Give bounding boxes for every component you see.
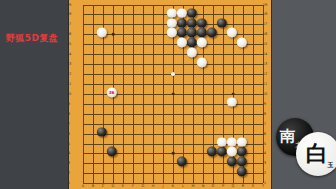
black-stone-O16[interactable] [207,28,217,38]
white-stone-C16[interactable] [97,28,107,38]
row-label-left: 10 [65,92,72,96]
row-label-left: 18 [65,13,72,17]
white-stone-Q9[interactable] [227,97,237,107]
white-stone-N13[interactable] [197,58,207,68]
white-stone-D10[interactable]: 36 [107,87,117,97]
black-stone-M16[interactable] [187,28,197,38]
white-stone-Q16[interactable] [227,28,237,38]
small-white-dot-marker [171,72,175,76]
row-label-left: 7 [65,122,72,126]
logo-char-white-small: 玉 [328,161,334,170]
stone-grid: 36 [78,0,268,188]
black-stone-O4[interactable] [207,147,217,157]
black-stone-D4[interactable] [107,147,117,157]
black-stone-M15[interactable] [187,38,197,48]
black-stone-Q3[interactable] [227,157,237,167]
row-label-left: 19 [65,3,72,7]
row-label-left: 15 [65,42,72,46]
black-stone-R4[interactable] [237,147,247,157]
black-stone-N17[interactable] [197,18,207,28]
white-stone-L18[interactable] [177,8,187,18]
row-label-left: 9 [65,102,72,106]
white-stone-K18[interactable] [167,8,177,18]
black-stone-N16[interactable] [197,28,207,38]
white-stone-R15[interactable] [237,38,247,48]
white-stone-K16[interactable] [167,28,177,38]
review-title: 野狐5D复盘 [6,32,58,45]
row-label-left: 13 [65,62,72,66]
row-label-left: 6 [65,132,72,136]
black-stone-P4[interactable] [217,147,227,157]
logo-char-south: 南 [280,127,295,146]
black-stone-C6[interactable] [97,127,107,137]
left-panel: 野狐5D复盘 [0,0,68,189]
row-label-left: 1 [65,181,72,185]
row-label-left: 11 [65,82,72,86]
white-stone-L15[interactable] [177,38,187,48]
row-label-left: 14 [65,52,72,56]
logo-char-white: 白 [306,139,328,169]
row-label-left: 8 [65,112,72,116]
white-stone-M14[interactable] [187,48,197,58]
black-stone-M17[interactable] [187,18,197,28]
black-stone-R3[interactable] [237,157,247,167]
row-label-left: 4 [65,152,72,156]
row-label-left: 5 [65,142,72,146]
black-stone-R2[interactable] [237,167,247,177]
black-stone-L16[interactable] [177,28,187,38]
row-label-left: 12 [65,72,72,76]
row-label-left: 3 [65,162,72,166]
black-stone-M18[interactable] [187,8,197,18]
app-screen: 野狐5D复盘 191918181717161615151414131312121… [0,0,336,189]
row-label-left: 2 [65,171,72,175]
channel-logo: 南 大 白 玉 [274,108,336,188]
white-stone-Q5[interactable] [227,137,237,147]
last-move-number: 36 [108,89,115,96]
black-stone-L17[interactable] [177,18,187,28]
row-label-left: 17 [65,23,72,27]
white-stone-Q4[interactable] [227,147,237,157]
white-stone-N15[interactable] [197,38,207,48]
right-panel: 南 大 白 玉 [272,0,336,189]
black-stone-P17[interactable] [217,18,227,28]
logo-white-stone-icon: 白 玉 [296,132,336,176]
go-board[interactable]: 1919181817171616151514141313121211111010… [68,0,272,189]
black-stone-L3[interactable] [177,157,187,167]
white-stone-K17[interactable] [167,18,177,28]
white-stone-P5[interactable] [217,137,227,147]
white-stone-R5[interactable] [237,137,247,147]
row-label-left: 16 [65,32,72,36]
